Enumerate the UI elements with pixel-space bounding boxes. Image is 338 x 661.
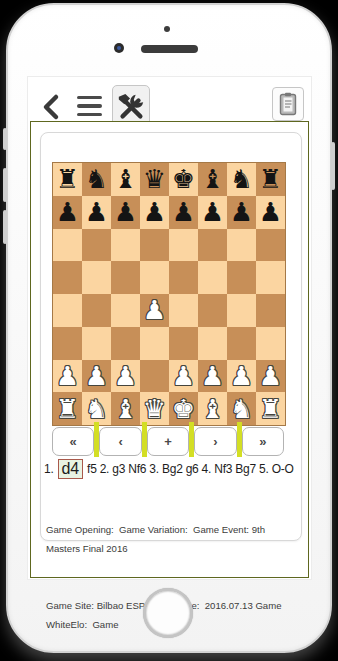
square-e8[interactable]: ♚ xyxy=(169,163,198,196)
piece-white-bishop: ♝ xyxy=(114,396,137,422)
square-c1[interactable]: ♝ xyxy=(111,392,140,425)
piece-black-pawn: ♟ xyxy=(143,199,166,225)
square-f4[interactable] xyxy=(198,294,227,327)
piece-black-knight: ♞ xyxy=(230,166,253,192)
square-g5[interactable] xyxy=(227,261,256,294)
piece-black-bishop: ♝ xyxy=(201,166,224,192)
square-g4[interactable] xyxy=(227,294,256,327)
back-icon xyxy=(40,93,62,121)
square-a3[interactable] xyxy=(53,327,82,360)
square-e4[interactable] xyxy=(169,294,198,327)
volume-down-button xyxy=(3,210,7,244)
piece-black-pawn: ♟ xyxy=(230,199,253,225)
piece-white-pawn: ♟ xyxy=(85,363,108,389)
square-f7[interactable]: ♟ xyxy=(198,196,227,229)
piece-black-knight: ♞ xyxy=(85,166,108,192)
square-e6[interactable] xyxy=(169,229,198,262)
square-d4[interactable]: ♟ xyxy=(140,294,169,327)
clipboard-button[interactable] xyxy=(272,87,304,121)
move-token[interactable]: O-O xyxy=(272,462,294,476)
square-e7[interactable]: ♟ xyxy=(169,196,198,229)
piece-white-rook: ♜ xyxy=(259,396,282,422)
speaker-grill xyxy=(141,45,198,53)
move-token[interactable]: 2. xyxy=(100,462,110,476)
home-button[interactable] xyxy=(143,588,193,638)
nav-play-button[interactable]: + xyxy=(147,427,189,456)
nav-divider xyxy=(189,422,194,457)
piece-white-pawn: ♟ xyxy=(172,363,195,389)
tools-icon xyxy=(116,92,146,122)
piece-white-knight: ♞ xyxy=(85,396,108,422)
piece-black-pawn: ♟ xyxy=(259,199,282,225)
square-g8[interactable]: ♞ xyxy=(227,163,256,196)
nav-divider xyxy=(94,422,99,457)
piece-black-bishop: ♝ xyxy=(114,166,137,192)
piece-white-pawn: ♟ xyxy=(56,363,79,389)
square-h5[interactable] xyxy=(256,261,285,294)
square-d8[interactable]: ♛ xyxy=(140,163,169,196)
square-e5[interactable] xyxy=(169,261,198,294)
square-b6[interactable] xyxy=(82,229,111,262)
square-f6[interactable] xyxy=(198,229,227,262)
piece-white-pawn: ♟ xyxy=(230,363,253,389)
square-b4[interactable] xyxy=(82,294,111,327)
square-a2[interactable]: ♟ xyxy=(53,360,82,393)
piece-white-knight: ♞ xyxy=(230,396,253,422)
square-a7[interactable]: ♟ xyxy=(53,196,82,229)
piece-black-pawn: ♟ xyxy=(172,199,195,225)
chess-board: ♜♞♝♛♚♝♞♜♟♟♟♟♟♟♟♟♟♟♟♟♟♟♟♟♜♞♝♛♚♝♞♜ xyxy=(52,162,286,426)
square-f1[interactable]: ♝ xyxy=(198,392,227,425)
piece-black-pawn: ♟ xyxy=(114,199,137,225)
volume-up-button xyxy=(3,168,7,202)
move-token[interactable]: g6 xyxy=(186,462,199,476)
square-b1[interactable]: ♞ xyxy=(82,392,111,425)
back-button[interactable] xyxy=(36,90,66,124)
square-b7[interactable]: ♟ xyxy=(82,196,111,229)
move-navigation-bar: «‹+›» xyxy=(52,427,284,456)
square-c2[interactable]: ♟ xyxy=(111,360,140,393)
move-token[interactable]: Nf6 xyxy=(128,462,146,476)
square-h6[interactable] xyxy=(256,229,285,262)
move-token[interactable]: 1. xyxy=(44,462,54,476)
square-a1[interactable]: ♜ xyxy=(53,392,82,425)
move-token[interactable]: Nf3 xyxy=(214,462,232,476)
front-camera-dot xyxy=(114,43,124,53)
square-a6[interactable] xyxy=(53,229,82,262)
move-token[interactable]: Bg2 xyxy=(162,462,183,476)
square-c8[interactable]: ♝ xyxy=(111,163,140,196)
nav-prev-button[interactable]: ‹ xyxy=(99,427,141,456)
piece-black-rook: ♜ xyxy=(259,166,282,192)
square-c7[interactable]: ♟ xyxy=(111,196,140,229)
square-a8[interactable]: ♜ xyxy=(53,163,82,196)
square-e1[interactable]: ♚ xyxy=(169,392,198,425)
square-h7[interactable]: ♟ xyxy=(256,196,285,229)
square-d6[interactable] xyxy=(140,229,169,262)
square-f5[interactable] xyxy=(198,261,227,294)
piece-white-pawn: ♟ xyxy=(114,363,137,389)
piece-black-rook: ♜ xyxy=(56,166,79,192)
square-d5[interactable] xyxy=(140,261,169,294)
square-g2[interactable]: ♟ xyxy=(227,360,256,393)
square-d3[interactable] xyxy=(140,327,169,360)
square-d1[interactable]: ♛ xyxy=(140,392,169,425)
menu-button[interactable] xyxy=(74,96,104,120)
square-f8[interactable]: ♝ xyxy=(198,163,227,196)
square-h2[interactable]: ♟ xyxy=(256,360,285,393)
piece-black-queen: ♛ xyxy=(143,166,166,192)
square-f2[interactable]: ♟ xyxy=(198,360,227,393)
move-token[interactable]: 3. xyxy=(149,462,159,476)
square-f3[interactable] xyxy=(198,327,227,360)
nav-first-button[interactable]: « xyxy=(52,427,94,456)
square-h8[interactable]: ♜ xyxy=(256,163,285,196)
piece-white-pawn: ♟ xyxy=(201,363,224,389)
square-d7[interactable]: ♟ xyxy=(140,196,169,229)
square-g6[interactable] xyxy=(227,229,256,262)
square-a4[interactable] xyxy=(53,294,82,327)
square-b3[interactable] xyxy=(82,327,111,360)
nav-next-button[interactable]: › xyxy=(194,427,236,456)
square-g3[interactable] xyxy=(227,327,256,360)
move-token[interactable]: Bg7 xyxy=(235,462,256,476)
mute-switch xyxy=(3,128,7,150)
nav-divider xyxy=(237,422,242,457)
square-d2[interactable] xyxy=(140,360,169,393)
move-token[interactable]: f5 xyxy=(87,462,97,476)
piece-white-pawn: ♟ xyxy=(259,363,282,389)
square-c5[interactable] xyxy=(111,261,140,294)
piece-white-rook: ♜ xyxy=(56,396,79,422)
square-c4[interactable] xyxy=(111,294,140,327)
menu-icon xyxy=(77,96,102,116)
power-button xyxy=(331,142,335,190)
square-a5[interactable] xyxy=(53,261,82,294)
piece-black-king: ♚ xyxy=(172,166,195,192)
piece-black-pawn: ♟ xyxy=(56,199,79,225)
piece-white-queen: ♛ xyxy=(143,396,166,422)
square-h3[interactable] xyxy=(256,327,285,360)
move-token[interactable]: 4. xyxy=(202,462,212,476)
square-c3[interactable] xyxy=(111,327,140,360)
move-token-current[interactable]: d4 xyxy=(58,459,83,479)
piece-white-pawn: ♟ xyxy=(143,297,166,323)
square-e2[interactable]: ♟ xyxy=(169,360,198,393)
square-b8[interactable]: ♞ xyxy=(82,163,111,196)
move-token[interactable]: g3 xyxy=(112,462,125,476)
move-token[interactable]: 5. xyxy=(259,462,269,476)
move-list: 1.d4f52.g3Nf63.Bg2g64.Nf3Bg75.O-O xyxy=(44,456,298,482)
piece-white-king: ♚ xyxy=(172,396,195,422)
piece-black-pawn: ♟ xyxy=(85,199,108,225)
page-background: ♜♞♝♛♚♝♞♜♟♟♟♟♟♟♟♟♟♟♟♟♟♟♟♟♜♞♝♛♚♝♞♜ «‹+›» 1… xyxy=(0,0,338,661)
piece-black-pawn: ♟ xyxy=(201,199,224,225)
proximity-sensor-dot xyxy=(164,26,170,32)
square-b2[interactable]: ♟ xyxy=(82,360,111,393)
clipboard-icon xyxy=(279,92,297,116)
piece-white-bishop: ♝ xyxy=(201,396,224,422)
square-b5[interactable] xyxy=(82,261,111,294)
square-h4[interactable] xyxy=(256,294,285,327)
meta-line-1: Game Opening: Game Variation: Game Event… xyxy=(46,520,298,558)
square-e3[interactable] xyxy=(169,327,198,360)
square-g7[interactable]: ♟ xyxy=(227,196,256,229)
nav-last-button[interactable]: » xyxy=(242,427,284,456)
nav-divider xyxy=(142,422,147,457)
square-h1[interactable]: ♜ xyxy=(256,392,285,425)
square-c6[interactable] xyxy=(111,229,140,262)
square-g1[interactable]: ♞ xyxy=(227,392,256,425)
